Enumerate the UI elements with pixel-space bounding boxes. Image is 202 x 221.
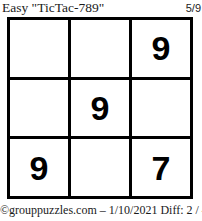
cell-r3c1: 9	[10, 139, 68, 196]
header: Easy "TicTac-789" 5/9	[2, 0, 201, 15]
cell-r3c3: 7	[132, 139, 190, 196]
cell-value-given: 7	[152, 151, 171, 185]
cell-r1c3: 9	[132, 20, 190, 77]
cell-r2c1[interactable]	[10, 80, 68, 137]
cell-r2c3[interactable]	[132, 80, 190, 137]
cell-r3c2[interactable]	[71, 139, 129, 196]
cell-r1c2[interactable]	[71, 20, 129, 77]
cell-value-given: 9	[30, 151, 49, 185]
page-number: 5/9	[186, 2, 201, 14]
cell-r1c1[interactable]	[10, 20, 68, 77]
puzzle-page: Easy "TicTac-789" 5/9 9 9 9 7 ©grouppuzz…	[0, 0, 202, 221]
tictac-789-board: 9 9 9 7	[7, 17, 193, 199]
puzzle-title: Easy "TicTac-789"	[2, 0, 104, 16]
copyright-footer: ©grouppuzzles.com – 1/10/2021 Diff: 2 / …	[0, 203, 202, 218]
cell-value-given: 9	[152, 31, 171, 65]
cell-r2c2: 9	[71, 80, 129, 137]
cell-value-given: 9	[91, 91, 110, 125]
